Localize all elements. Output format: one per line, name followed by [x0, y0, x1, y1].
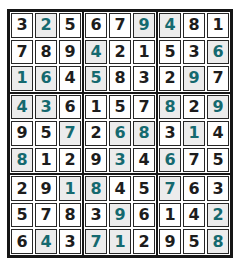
- cell-r2c9[interactable]: 6: [207, 40, 229, 65]
- cell-r1c8[interactable]: 8: [183, 13, 205, 38]
- cell-r5c6[interactable]: 8: [133, 121, 155, 146]
- box-2-3: 829314675: [158, 94, 230, 174]
- cell-r8c1[interactable]: 5: [11, 203, 33, 228]
- cell-r5c8[interactable]: 1: [183, 121, 205, 146]
- cell-r8c3[interactable]: 8: [59, 203, 81, 228]
- cell-r2c3[interactable]: 9: [59, 40, 81, 65]
- cell-r9c2[interactable]: 4: [35, 229, 57, 254]
- cell-r4c7[interactable]: 8: [159, 95, 181, 120]
- cell-r4c3[interactable]: 6: [59, 95, 81, 120]
- cell-r1c6[interactable]: 9: [133, 13, 155, 38]
- cell-r6c3[interactable]: 2: [59, 148, 81, 173]
- cell-r7c4[interactable]: 8: [85, 176, 107, 201]
- cell-r3c4[interactable]: 5: [85, 66, 107, 91]
- cell-r6c9[interactable]: 5: [207, 148, 229, 173]
- cell-r7c5[interactable]: 4: [109, 176, 131, 201]
- cell-r2c5[interactable]: 2: [109, 40, 131, 65]
- cell-r7c6[interactable]: 5: [133, 176, 155, 201]
- cell-r5c7[interactable]: 3: [159, 121, 181, 146]
- cell-r7c8[interactable]: 6: [183, 176, 205, 201]
- cell-r7c3[interactable]: 1: [59, 176, 81, 201]
- box-3-3: 763142958: [158, 175, 230, 255]
- cell-r9c9[interactable]: 8: [207, 229, 229, 254]
- cell-r3c6[interactable]: 3: [133, 66, 155, 91]
- box-2-1: 436957812: [10, 94, 82, 174]
- box-2-2: 157268934: [84, 94, 156, 174]
- cell-r8c2[interactable]: 7: [35, 203, 57, 228]
- cell-r5c1[interactable]: 9: [11, 121, 33, 146]
- cell-r5c2[interactable]: 5: [35, 121, 57, 146]
- cell-r1c5[interactable]: 7: [109, 13, 131, 38]
- cell-r3c8[interactable]: 9: [183, 66, 205, 91]
- cell-r2c4[interactable]: 4: [85, 40, 107, 65]
- cell-r2c1[interactable]: 7: [11, 40, 33, 65]
- cell-r6c1[interactable]: 8: [11, 148, 33, 173]
- cell-r6c7[interactable]: 6: [159, 148, 181, 173]
- cell-r5c4[interactable]: 2: [85, 121, 107, 146]
- cell-r9c6[interactable]: 2: [133, 229, 155, 254]
- sudoku-board: 3257891646794215834815362974369578121572…: [7, 9, 233, 258]
- cell-r9c4[interactable]: 7: [85, 229, 107, 254]
- cell-r6c8[interactable]: 7: [183, 148, 205, 173]
- cell-r4c6[interactable]: 7: [133, 95, 155, 120]
- cell-r7c2[interactable]: 9: [35, 176, 57, 201]
- cell-r3c9[interactable]: 7: [207, 66, 229, 91]
- cell-r4c1[interactable]: 4: [11, 95, 33, 120]
- cell-r2c7[interactable]: 5: [159, 40, 181, 65]
- cell-r6c2[interactable]: 1: [35, 148, 57, 173]
- box-3-1: 291578643: [10, 175, 82, 255]
- cell-r9c5[interactable]: 1: [109, 229, 131, 254]
- cell-r2c2[interactable]: 8: [35, 40, 57, 65]
- box-1-3: 481536297: [158, 12, 230, 92]
- cell-r6c5[interactable]: 3: [109, 148, 131, 173]
- cell-r4c2[interactable]: 3: [35, 95, 57, 120]
- cell-r1c2[interactable]: 2: [35, 13, 57, 38]
- cell-r6c6[interactable]: 4: [133, 148, 155, 173]
- cell-r5c9[interactable]: 4: [207, 121, 229, 146]
- cell-r8c7[interactable]: 1: [159, 203, 181, 228]
- cell-r9c1[interactable]: 6: [11, 229, 33, 254]
- cell-r7c9[interactable]: 3: [207, 176, 229, 201]
- cell-r1c9[interactable]: 1: [207, 13, 229, 38]
- cell-r1c7[interactable]: 4: [159, 13, 181, 38]
- cell-r3c7[interactable]: 2: [159, 66, 181, 91]
- box-1-2: 679421583: [84, 12, 156, 92]
- cell-r4c9[interactable]: 9: [207, 95, 229, 120]
- cell-r1c1[interactable]: 3: [11, 13, 33, 38]
- cell-r9c3[interactable]: 3: [59, 229, 81, 254]
- cell-r5c5[interactable]: 6: [109, 121, 131, 146]
- cell-r2c6[interactable]: 1: [133, 40, 155, 65]
- cell-r2c8[interactable]: 3: [183, 40, 205, 65]
- cell-r9c8[interactable]: 5: [183, 229, 205, 254]
- cell-r7c7[interactable]: 7: [159, 176, 181, 201]
- cell-r4c4[interactable]: 1: [85, 95, 107, 120]
- cell-r3c5[interactable]: 8: [109, 66, 131, 91]
- cell-r8c4[interactable]: 3: [85, 203, 107, 228]
- cell-r3c3[interactable]: 4: [59, 66, 81, 91]
- cell-r8c5[interactable]: 9: [109, 203, 131, 228]
- cell-r8c6[interactable]: 6: [133, 203, 155, 228]
- cell-r8c8[interactable]: 4: [183, 203, 205, 228]
- cell-r7c1[interactable]: 2: [11, 176, 33, 201]
- cell-r6c4[interactable]: 9: [85, 148, 107, 173]
- box-3-2: 845396712: [84, 175, 156, 255]
- cell-r5c3[interactable]: 7: [59, 121, 81, 146]
- cell-r3c1[interactable]: 1: [11, 66, 33, 91]
- cell-r1c3[interactable]: 5: [59, 13, 81, 38]
- cell-r9c7[interactable]: 9: [159, 229, 181, 254]
- cell-r1c4[interactable]: 6: [85, 13, 107, 38]
- cell-r4c8[interactable]: 2: [183, 95, 205, 120]
- cell-r4c5[interactable]: 5: [109, 95, 131, 120]
- cell-r8c9[interactable]: 2: [207, 203, 229, 228]
- box-1-1: 325789164: [10, 12, 82, 92]
- cell-r3c2[interactable]: 6: [35, 66, 57, 91]
